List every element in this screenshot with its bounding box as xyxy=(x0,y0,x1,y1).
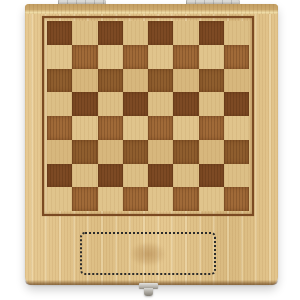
square-d4 xyxy=(123,116,148,140)
square-a6 xyxy=(47,69,72,93)
square-f5 xyxy=(173,92,198,116)
square-g6 xyxy=(199,69,224,93)
square-g4 xyxy=(199,116,224,140)
square-a1 xyxy=(47,187,72,211)
square-h7 xyxy=(224,45,249,69)
square-b3 xyxy=(72,140,97,164)
print-area xyxy=(80,232,216,275)
square-e6 xyxy=(148,69,173,93)
square-g5 xyxy=(199,92,224,116)
square-a2 xyxy=(47,164,72,188)
square-c4 xyxy=(98,116,123,140)
square-e2 xyxy=(148,164,173,188)
square-e5 xyxy=(148,92,173,116)
square-c2 xyxy=(98,164,123,188)
logo-watermark xyxy=(130,242,166,266)
square-b4 xyxy=(72,116,97,140)
square-d5 xyxy=(123,92,148,116)
square-g8 xyxy=(199,21,224,45)
clasp xyxy=(139,283,158,296)
square-h3 xyxy=(224,140,249,164)
square-f4 xyxy=(173,116,198,140)
square-b7 xyxy=(72,45,97,69)
square-a7 xyxy=(47,45,72,69)
square-f7 xyxy=(173,45,198,69)
lid-top-edge xyxy=(25,4,278,14)
square-b6 xyxy=(72,69,97,93)
square-h6 xyxy=(224,69,249,93)
square-a8 xyxy=(47,21,72,45)
square-f6 xyxy=(173,69,198,93)
square-h8 xyxy=(224,21,249,45)
square-h1 xyxy=(224,187,249,211)
square-e3 xyxy=(148,140,173,164)
square-h4 xyxy=(224,116,249,140)
square-c8 xyxy=(98,21,123,45)
square-e4 xyxy=(148,116,173,140)
chessboard xyxy=(47,21,249,211)
square-c7 xyxy=(98,45,123,69)
square-f1 xyxy=(173,187,198,211)
square-a3 xyxy=(47,140,72,164)
square-d3 xyxy=(123,140,148,164)
square-d8 xyxy=(123,21,148,45)
square-c6 xyxy=(98,69,123,93)
square-e8 xyxy=(148,21,173,45)
square-h2 xyxy=(224,164,249,188)
square-b1 xyxy=(72,187,97,211)
square-d7 xyxy=(123,45,148,69)
square-c3 xyxy=(98,140,123,164)
square-a5 xyxy=(47,92,72,116)
square-d1 xyxy=(123,187,148,211)
square-b8 xyxy=(72,21,97,45)
square-g1 xyxy=(199,187,224,211)
square-c1 xyxy=(98,187,123,211)
square-f8 xyxy=(173,21,198,45)
square-b2 xyxy=(72,164,97,188)
square-h5 xyxy=(224,92,249,116)
board-frame xyxy=(42,16,254,216)
square-g2 xyxy=(199,164,224,188)
square-e1 xyxy=(148,187,173,211)
square-e7 xyxy=(148,45,173,69)
product-photo-bamboo-chess-box xyxy=(0,0,300,300)
square-g3 xyxy=(199,140,224,164)
square-a4 xyxy=(47,116,72,140)
clasp-hook xyxy=(144,288,153,296)
square-c5 xyxy=(98,92,123,116)
square-d6 xyxy=(123,69,148,93)
bamboo-box-lid xyxy=(25,4,278,285)
square-b5 xyxy=(72,92,97,116)
square-f2 xyxy=(173,164,198,188)
square-f3 xyxy=(173,140,198,164)
square-g7 xyxy=(199,45,224,69)
square-d2 xyxy=(123,164,148,188)
